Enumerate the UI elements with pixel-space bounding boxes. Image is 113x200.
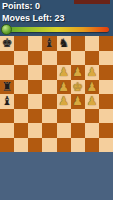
square-b5[interactable] <box>14 80 28 95</box>
square-a7[interactable] <box>0 51 14 66</box>
square-h3[interactable] <box>99 109 113 124</box>
square-h8[interactable] <box>99 36 113 51</box>
square-c1[interactable] <box>28 138 42 153</box>
square-h2[interactable] <box>99 123 113 138</box>
square-c3[interactable] <box>28 109 42 124</box>
square-d7[interactable] <box>42 51 56 66</box>
square-h4[interactable] <box>99 94 113 109</box>
white-pawn-piece: ♟ <box>86 66 97 78</box>
square-b6[interactable] <box>14 65 28 80</box>
white-pawn-piece: ♟ <box>58 81 69 93</box>
black-rook-piece: ♜ <box>2 81 13 93</box>
square-f8[interactable] <box>71 36 85 51</box>
square-g6[interactable]: ♟ <box>85 65 99 80</box>
square-f7[interactable] <box>71 51 85 66</box>
square-c6[interactable] <box>28 65 42 80</box>
square-h5[interactable] <box>99 80 113 95</box>
square-f4[interactable]: ♟ <box>71 94 85 109</box>
square-g4[interactable]: ♟ <box>85 94 99 109</box>
square-b8[interactable] <box>14 36 28 51</box>
white-pawn-piece: ♟ <box>58 95 69 107</box>
square-h6[interactable] <box>99 65 113 80</box>
square-e2[interactable] <box>57 123 71 138</box>
square-f5[interactable]: ♚ <box>71 80 85 95</box>
square-g7[interactable] <box>85 51 99 66</box>
score-header: Points: 0 Moves Left: 23 <box>0 0 113 36</box>
square-b2[interactable] <box>14 123 28 138</box>
square-e8[interactable]: ♞ <box>57 36 71 51</box>
square-g5[interactable]: ♟ <box>85 80 99 95</box>
black-king-piece: ♚ <box>2 37 13 49</box>
square-d8[interactable]: ♝ <box>42 36 56 51</box>
square-a5[interactable]: ♜ <box>0 80 14 95</box>
square-e7[interactable] <box>57 51 71 66</box>
square-f6[interactable]: ♟ <box>71 65 85 80</box>
square-f3[interactable] <box>71 109 85 124</box>
white-king-piece: ♚ <box>72 81 83 93</box>
square-a2[interactable] <box>0 123 14 138</box>
moves-left-label: Moves Left: <box>2 13 52 23</box>
square-c5[interactable] <box>28 80 42 95</box>
square-a4[interactable]: ♝ <box>0 94 14 109</box>
square-d1[interactable] <box>42 138 56 153</box>
square-e6[interactable]: ♟ <box>57 65 71 80</box>
square-h7[interactable] <box>99 51 113 66</box>
square-c7[interactable] <box>28 51 42 66</box>
square-f1[interactable] <box>71 138 85 153</box>
white-pawn-piece: ♟ <box>86 81 97 93</box>
square-h1[interactable] <box>99 138 113 153</box>
square-e4[interactable]: ♟ <box>57 94 71 109</box>
square-d2[interactable] <box>42 123 56 138</box>
square-e3[interactable] <box>57 109 71 124</box>
square-c2[interactable] <box>28 123 42 138</box>
square-a6[interactable] <box>0 65 14 80</box>
black-bishop-piece: ♝ <box>44 37 55 49</box>
square-b1[interactable] <box>14 138 28 153</box>
square-b3[interactable] <box>14 109 28 124</box>
square-e5[interactable]: ♟ <box>57 80 71 95</box>
bottom-panel <box>0 152 113 200</box>
points-label: Points: <box>2 1 33 11</box>
chess-board: ♚♝♞♟♟♟♜♟♚♟♝♟♟♟ <box>0 36 113 152</box>
square-d5[interactable] <box>42 80 56 95</box>
moves-progress-track <box>5 27 109 32</box>
square-d6[interactable] <box>42 65 56 80</box>
square-c4[interactable] <box>28 94 42 109</box>
square-e1[interactable] <box>57 138 71 153</box>
square-b4[interactable] <box>14 94 28 109</box>
points-value: 0 <box>35 1 40 11</box>
square-b7[interactable] <box>14 51 28 66</box>
moves-left-value: 23 <box>55 13 65 23</box>
white-pawn-piece: ♟ <box>86 95 97 107</box>
top-right-red-strip <box>74 0 110 4</box>
moves-progress-knob-icon <box>1 24 12 35</box>
square-g2[interactable] <box>85 123 99 138</box>
square-g1[interactable] <box>85 138 99 153</box>
square-f2[interactable] <box>71 123 85 138</box>
square-g3[interactable] <box>85 109 99 124</box>
square-c8[interactable] <box>28 36 42 51</box>
square-a1[interactable] <box>0 138 14 153</box>
square-a3[interactable] <box>0 109 14 124</box>
white-pawn-piece: ♟ <box>58 66 69 78</box>
square-d4[interactable] <box>42 94 56 109</box>
square-g8[interactable] <box>85 36 99 51</box>
black-bishop-piece: ♝ <box>2 95 13 107</box>
square-a8[interactable]: ♚ <box>0 36 14 51</box>
square-d3[interactable] <box>42 109 56 124</box>
moves-left-line: Moves Left: 23 <box>0 12 113 24</box>
white-pawn-piece: ♟ <box>72 66 83 78</box>
black-knight-piece: ♞ <box>58 37 69 49</box>
white-pawn-piece: ♟ <box>72 95 83 107</box>
